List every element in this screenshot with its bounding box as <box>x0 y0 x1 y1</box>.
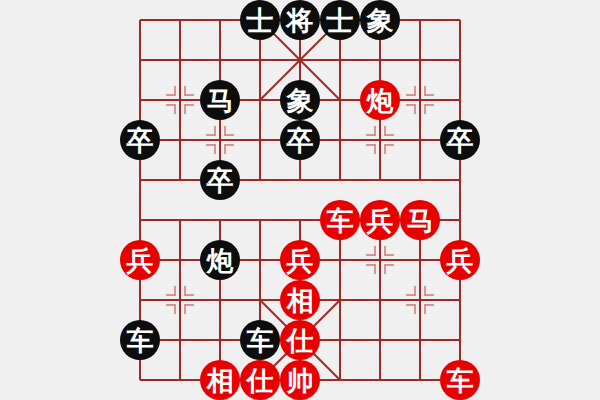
piece-black-elephant[interactable]: 象 <box>360 0 400 40</box>
piece-red-soldier[interactable]: 兵 <box>440 240 480 280</box>
piece-black-elephant[interactable]: 象 <box>280 80 320 120</box>
piece-red-cannon[interactable]: 炮 <box>360 80 400 120</box>
xiangqi-app-screen: 士将士象马象炮卒卒卒卒车兵马兵炮兵兵相车车仕相仕帅车 <box>0 0 600 400</box>
piece-black-soldier[interactable]: 卒 <box>280 120 320 160</box>
piece-red-advisor[interactable]: 仕 <box>280 320 320 360</box>
piece-red-soldier[interactable]: 兵 <box>120 240 160 280</box>
piece-black-soldier[interactable]: 卒 <box>200 160 240 200</box>
piece-black-cannon[interactable]: 炮 <box>200 240 240 280</box>
piece-black-advisor[interactable]: 士 <box>320 0 360 40</box>
piece-red-advisor[interactable]: 仕 <box>240 360 280 400</box>
piece-black-horse[interactable]: 马 <box>200 80 240 120</box>
piece-black-chariot[interactable]: 车 <box>120 320 160 360</box>
piece-red-horse[interactable]: 马 <box>400 200 440 240</box>
piece-black-chariot[interactable]: 车 <box>240 320 280 360</box>
piece-black-soldier[interactable]: 卒 <box>120 120 160 160</box>
piece-black-soldier[interactable]: 卒 <box>440 120 480 160</box>
piece-black-general[interactable]: 将 <box>280 0 320 40</box>
piece-red-chariot[interactable]: 车 <box>320 200 360 240</box>
piece-red-chariot[interactable]: 车 <box>440 360 480 400</box>
piece-red-soldier[interactable]: 兵 <box>360 200 400 240</box>
piece-red-elephant[interactable]: 相 <box>280 280 320 320</box>
piece-red-general[interactable]: 帅 <box>280 360 320 400</box>
piece-layer: 士将士象马象炮卒卒卒卒车兵马兵炮兵兵相车车仕相仕帅车 <box>0 0 600 400</box>
piece-red-elephant[interactable]: 相 <box>200 360 240 400</box>
piece-black-advisor[interactable]: 士 <box>240 0 280 40</box>
piece-red-soldier[interactable]: 兵 <box>280 240 320 280</box>
